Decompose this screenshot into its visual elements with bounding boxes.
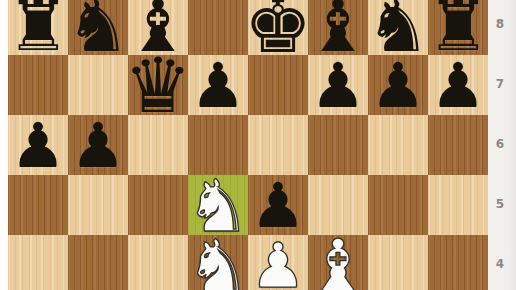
rank-label-4: 4 [490, 257, 510, 271]
square-e4[interactable]: ♟ [248, 235, 308, 290]
square-c5[interactable] [128, 175, 188, 235]
square-e5[interactable]: ♟ [248, 175, 308, 235]
square-b7[interactable] [68, 55, 128, 115]
piece-black-knight-b8[interactable]: ♞ [66, 0, 131, 62]
left-gutter [0, 0, 8, 290]
square-h5[interactable] [428, 175, 488, 235]
chess-board[interactable]: ♜♞♝♚♝♞♜♛♟♟♟♟♟♟♞♟♞♟♝ [8, 0, 488, 290]
piece-black-pawn-g7[interactable]: ♟ [370, 55, 426, 117]
square-b5[interactable] [68, 175, 128, 235]
square-h7[interactable]: ♟ [428, 55, 488, 115]
square-e8[interactable]: ♚ [248, 0, 308, 55]
piece-white-pawn-e4[interactable]: ♟ [250, 235, 306, 290]
square-a6[interactable]: ♟ [8, 115, 68, 175]
rank-label-6: 6 [490, 137, 510, 151]
rank-coordinates-gutter: 87654 [488, 0, 516, 290]
piece-black-pawn-h7[interactable]: ♟ [430, 55, 486, 117]
square-d8[interactable] [188, 0, 248, 55]
square-f7[interactable]: ♟ [308, 55, 368, 115]
piece-white-bishop-f4[interactable]: ♝ [306, 230, 371, 290]
piece-black-pawn-f7[interactable]: ♟ [310, 55, 366, 117]
rank-label-7: 7 [490, 77, 510, 91]
square-f6[interactable] [308, 115, 368, 175]
piece-black-pawn-a6[interactable]: ♟ [10, 115, 66, 177]
piece-black-queen-c7[interactable]: ♛ [124, 48, 192, 124]
piece-black-pawn-e5[interactable]: ♟ [250, 175, 306, 237]
piece-white-knight-d4[interactable]: ♞ [186, 230, 251, 290]
square-h6[interactable] [428, 115, 488, 175]
square-h4[interactable] [428, 235, 488, 290]
square-g6[interactable] [368, 115, 428, 175]
square-d7[interactable]: ♟ [188, 55, 248, 115]
chessboard-view: ♜♞♝♚♝♞♜♛♟♟♟♟♟♟♞♟♞♟♝ 87654 [0, 0, 516, 290]
square-a7[interactable] [8, 55, 68, 115]
square-c6[interactable] [128, 115, 188, 175]
square-b4[interactable] [68, 235, 128, 290]
square-a4[interactable] [8, 235, 68, 290]
square-b6[interactable]: ♟ [68, 115, 128, 175]
square-f8[interactable]: ♝ [308, 0, 368, 55]
square-g5[interactable] [368, 175, 428, 235]
square-f4[interactable]: ♝ [308, 235, 368, 290]
rank-label-5: 5 [490, 197, 510, 211]
square-g7[interactable]: ♟ [368, 55, 428, 115]
square-c7[interactable]: ♛ [128, 55, 188, 115]
square-d4[interactable]: ♞ [188, 235, 248, 290]
square-g8[interactable]: ♞ [368, 0, 428, 55]
rank-label-8: 8 [490, 17, 510, 31]
square-b8[interactable]: ♞ [68, 0, 128, 55]
piece-black-rook-a8[interactable]: ♜ [7, 0, 70, 61]
piece-black-pawn-d7[interactable]: ♟ [190, 55, 246, 117]
square-e7[interactable] [248, 55, 308, 115]
square-e6[interactable] [248, 115, 308, 175]
piece-black-pawn-b6[interactable]: ♟ [70, 115, 126, 177]
square-a5[interactable] [8, 175, 68, 235]
square-g4[interactable] [368, 235, 428, 290]
square-h8[interactable]: ♜ [428, 0, 488, 55]
square-c4[interactable] [128, 235, 188, 290]
square-a8[interactable]: ♜ [8, 0, 68, 55]
